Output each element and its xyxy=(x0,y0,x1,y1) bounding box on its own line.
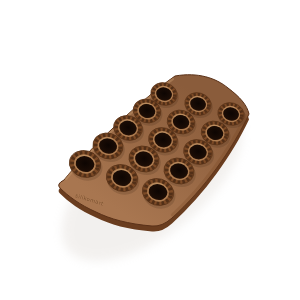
chocolate-mold-image: silikomart silikomart xyxy=(0,0,300,300)
product-photo: silikomart silikomart xyxy=(0,0,300,300)
